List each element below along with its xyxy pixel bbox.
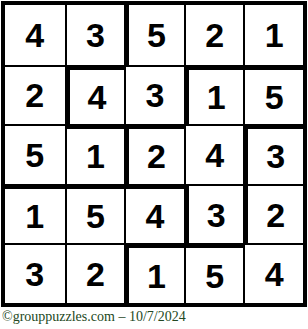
cell-digit: 4 xyxy=(25,18,44,52)
cell-r5c5: 4 xyxy=(243,243,303,303)
cell-r1c2: 3 xyxy=(65,5,125,65)
cell-r2c5: 5 xyxy=(243,65,303,125)
cell-digit: 5 xyxy=(25,138,44,172)
cell-r5c4: 5 xyxy=(184,243,244,303)
cell-r5c2: 2 xyxy=(65,243,125,303)
cell-r3c4: 4 xyxy=(184,124,244,184)
cell-digit: 4 xyxy=(146,199,165,233)
cell-digit: 1 xyxy=(265,18,284,52)
cell-digit: 2 xyxy=(266,198,285,232)
cell-r3c2: 1 xyxy=(65,124,125,184)
cell-r1c4: 2 xyxy=(184,5,244,65)
cell-digit: 4 xyxy=(265,257,284,291)
copyright-credit: ©grouppuzzles.com – 10/7/2024 xyxy=(2,309,306,327)
cell-r4c1: 1 xyxy=(5,184,65,244)
cell-digit: 2 xyxy=(147,139,166,173)
cell-r2c3: 3 xyxy=(124,65,184,125)
cell-digit: 2 xyxy=(205,18,224,52)
cell-r1c5: 1 xyxy=(243,5,303,65)
cell-digit: 1 xyxy=(25,199,44,233)
cell-digit: 3 xyxy=(146,78,165,112)
cell-r4c5: 2 xyxy=(243,184,303,244)
cell-digit: 4 xyxy=(205,138,224,172)
cell-digit: 3 xyxy=(86,18,105,52)
cell-digit: 1 xyxy=(86,139,105,173)
cell-digit: 5 xyxy=(147,18,166,52)
cell-r2c1: 2 xyxy=(5,65,65,125)
puzzle-grid: 4352124315512431543232154 xyxy=(1,1,307,307)
cell-digit: 5 xyxy=(265,80,284,114)
cell-r3c3: 2 xyxy=(124,124,184,184)
cell-digit: 1 xyxy=(147,259,166,293)
cell-r1c3: 5 xyxy=(124,5,184,65)
cell-r5c1: 3 xyxy=(5,243,65,303)
cell-digit: 4 xyxy=(87,80,106,114)
cell-digit: 5 xyxy=(86,199,105,233)
cell-r1c1: 4 xyxy=(5,5,65,65)
cell-r4c2: 5 xyxy=(65,184,125,244)
cell-r2c2: 4 xyxy=(65,65,125,125)
cell-digit: 1 xyxy=(207,80,226,114)
cell-digit: 3 xyxy=(25,257,44,291)
cell-digit: 3 xyxy=(266,139,285,173)
cell-digit: 3 xyxy=(207,198,226,232)
cell-r2c4: 1 xyxy=(184,65,244,125)
cell-digit: 5 xyxy=(205,259,224,293)
cell-r4c4: 3 xyxy=(184,184,244,244)
cell-digit: 2 xyxy=(25,78,44,112)
cell-r3c1: 5 xyxy=(5,124,65,184)
cell-r3c5: 3 xyxy=(243,124,303,184)
cell-r4c3: 4 xyxy=(124,184,184,244)
cell-r5c3: 1 xyxy=(124,243,184,303)
cell-digit: 2 xyxy=(86,257,105,291)
